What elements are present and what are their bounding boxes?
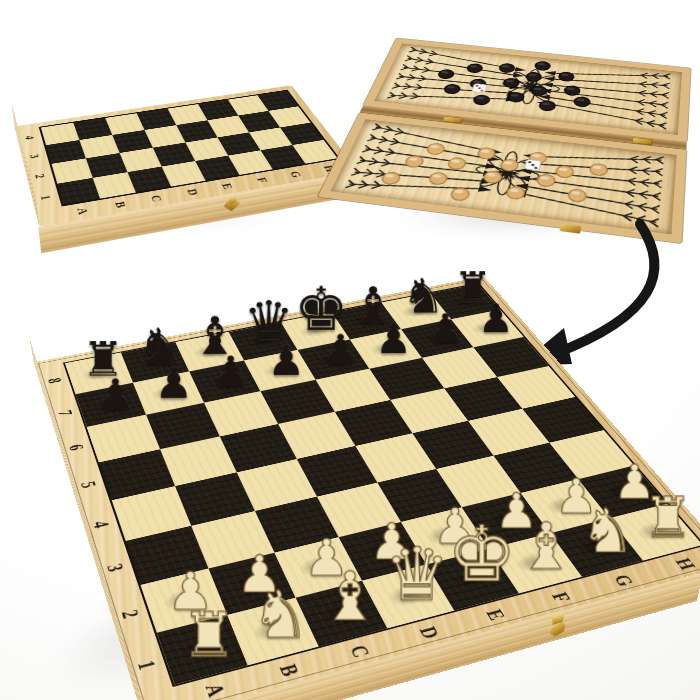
product-photo-stage: { "game": "chess", "scene": "Folding woo… (0, 0, 700, 700)
backgammon-checker (573, 96, 590, 107)
backgammon-checker (437, 69, 455, 79)
backgammon-arrows-right (533, 61, 670, 129)
backgammon-checker (447, 157, 467, 170)
piece-white-bishop-f1: ♝ (517, 517, 574, 576)
brass-hinge-icon (442, 115, 463, 123)
piece-black-pawn-c7: ♟ (212, 352, 250, 391)
backgammon-checker (589, 163, 608, 176)
piece-white-king-e1: ♚ (447, 520, 516, 591)
backgammon-checker (538, 100, 556, 111)
backgammon-checker (404, 155, 425, 168)
piece-white-queen-d1: ♛ (384, 542, 449, 609)
closed-box-3d: 4321 ABCDEFGH (14, 85, 358, 227)
piece-white-rook-h1: ♜ (643, 493, 693, 544)
piece-black-pawn-f7: ♟ (375, 320, 412, 358)
backgammon-checker (443, 84, 461, 95)
backgammon-checker (536, 174, 556, 188)
closed-file-label-E: E (210, 174, 246, 199)
piece-black-pawn-a7: ♟ (96, 375, 135, 415)
backgammon-checker (472, 94, 490, 105)
piece-white-knight-b1: ♞ (251, 585, 310, 645)
piece-white-knight-g1: ♞ (581, 503, 636, 559)
piece-white-rook-a1: ♜ (181, 608, 236, 665)
backgammon-checker (555, 165, 574, 178)
piece-black-pawn-d7: ♟ (267, 341, 304, 379)
chess-board-3d: 87654321 ♜♞♝♛♚♝♞♜♟♟♟♟♟♟♟♟♟♟♟♟♟♟♟♟♜♞♝♛♚♝♞… (34, 276, 700, 700)
backgammon-checker (534, 61, 551, 71)
die-icon (524, 159, 541, 170)
backgammon-checker (567, 188, 587, 202)
backgammon-checker (498, 63, 515, 73)
piece-black-pawn-g7: ♟ (427, 310, 463, 347)
backgammon-arrows-left (345, 124, 506, 206)
die-icon (472, 84, 488, 93)
backgammon-checker (466, 63, 484, 73)
chess-board: 87654321 ♜♞♝♛♚♝♞♜♟♟♟♟♟♟♟♟♟♟♟♟♟♟♟♟♜♞♝♛♚♝♞… (2, 208, 698, 698)
backgammon-checker (428, 172, 449, 186)
backgammon-checker (426, 143, 446, 156)
piece-black-pawn-h7: ♟ (478, 300, 514, 337)
piece-black-pawn-b7: ♟ (154, 363, 192, 402)
backgammon-checker (450, 187, 471, 201)
board-frame: 87654321 ♜♞♝♛♚♝♞♜♟♟♟♟♟♟♟♟♟♟♟♟♟♟♟♟♜♞♝♛♚♝♞… (34, 276, 700, 700)
piece-black-pawn-e7: ♟ (322, 331, 359, 369)
brass-hinge-icon (632, 137, 653, 145)
piece-white-bishop-c1: ♝ (320, 565, 380, 627)
